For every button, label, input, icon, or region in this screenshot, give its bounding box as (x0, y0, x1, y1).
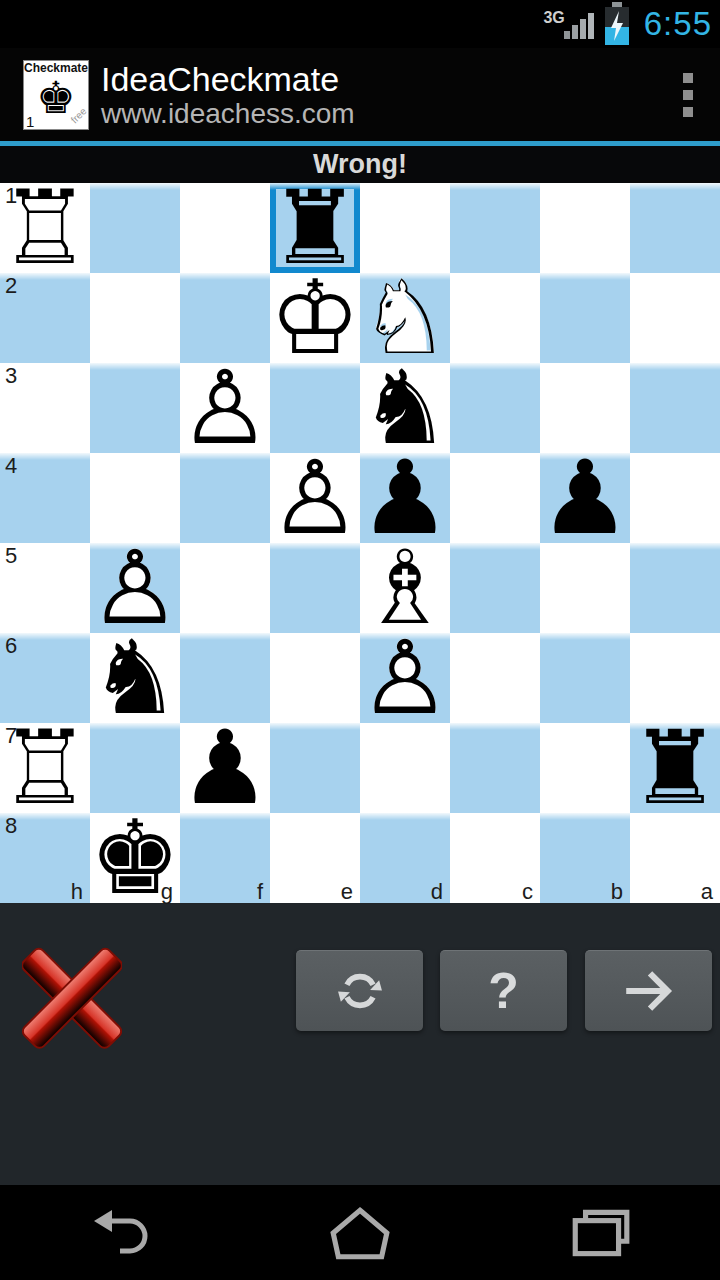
square-c6[interactable] (450, 633, 540, 723)
overflow-dot (683, 90, 693, 100)
square-a7[interactable]: ♜ (630, 723, 720, 813)
rank-label-1: 1 (5, 183, 17, 209)
file-label-d: d (431, 879, 443, 905)
square-a5[interactable] (630, 543, 720, 633)
rank-label-3: 3 (5, 363, 17, 389)
square-g6[interactable]: ♞ (90, 633, 180, 723)
rank-label-7: 7 (5, 723, 17, 749)
hint-button[interactable]: ? (440, 950, 567, 1031)
white-pawn[interactable]: ♟♙ (180, 363, 270, 453)
recents-button[interactable] (480, 1185, 720, 1280)
piece-glyph: ♞ (90, 633, 180, 723)
square-f5[interactable] (180, 543, 270, 633)
piece-outline: ♔ (270, 273, 360, 363)
square-b4[interactable]: ♟ (540, 453, 630, 543)
file-label-b: b (611, 879, 623, 905)
next-button[interactable] (585, 950, 712, 1031)
square-e2[interactable]: ♚♔ (270, 273, 360, 363)
square-c4[interactable] (450, 453, 540, 543)
question-mark-icon: ? (488, 962, 519, 1020)
app-icon-number: 1 (26, 113, 34, 130)
app-titles: IdeaCheckmate www.ideachess.com (101, 60, 668, 130)
square-e4[interactable]: ♟♙ (270, 453, 360, 543)
black-knight[interactable]: ♞ (90, 633, 180, 723)
piece-outline: ♙ (180, 363, 270, 453)
square-c1[interactable] (450, 183, 540, 273)
file-label-a: a (701, 879, 713, 905)
back-button[interactable] (0, 1185, 240, 1280)
arrow-right-icon (620, 965, 678, 1017)
square-a1[interactable] (630, 183, 720, 273)
piece-glyph: ♟ (180, 723, 270, 813)
square-f8[interactable]: f (180, 813, 270, 903)
square-e6[interactable] (270, 633, 360, 723)
clock: 6:55 (644, 5, 712, 43)
phone-screen: 3G 6:55 Checkmate ♚ 1 free IdeaCheckmate… (0, 0, 720, 1280)
square-e8[interactable]: e (270, 813, 360, 903)
square-b2[interactable] (540, 273, 630, 363)
rank-label-8: 8 (5, 813, 17, 839)
black-rook[interactable]: ♜ (630, 723, 720, 813)
refresh-icon (333, 964, 387, 1018)
square-h3[interactable]: 3 (0, 363, 90, 453)
square-a4[interactable] (630, 453, 720, 543)
square-g1[interactable] (90, 183, 180, 273)
square-e5[interactable] (270, 543, 360, 633)
square-d6[interactable]: ♟♙ (360, 633, 450, 723)
square-f4[interactable] (180, 453, 270, 543)
white-king[interactable]: ♚♔ (270, 273, 360, 363)
back-icon (87, 1205, 153, 1261)
app-bar: Checkmate ♚ 1 free IdeaCheckmate www.ide… (0, 48, 720, 141)
square-b7[interactable] (540, 723, 630, 813)
rank-label-2: 2 (5, 273, 17, 299)
black-pawn[interactable]: ♟ (540, 453, 630, 543)
square-a3[interactable] (630, 363, 720, 453)
status-bar: 3G 6:55 (0, 0, 720, 48)
app-icon[interactable]: Checkmate ♚ 1 free (23, 60, 89, 130)
navigation-bar (0, 1185, 720, 1280)
overflow-dot (683, 73, 693, 83)
square-b1[interactable] (540, 183, 630, 273)
square-h7[interactable]: ♜♖7 (0, 723, 90, 813)
file-label-g: g (161, 879, 173, 905)
white-pawn[interactable]: ♟♙ (270, 453, 360, 543)
square-g8[interactable]: ♚g (90, 813, 180, 903)
wrong-red-x-icon (22, 943, 122, 1053)
square-b8[interactable]: b (540, 813, 630, 903)
square-f7[interactable]: ♟ (180, 723, 270, 813)
battery-charging-icon (604, 2, 630, 46)
file-label-e: e (341, 879, 353, 905)
signal-bars-icon (562, 7, 596, 41)
piece-outline: ♙ (270, 453, 360, 543)
signal-indicator: 3G (543, 7, 595, 41)
rank-label-6: 6 (5, 633, 17, 659)
square-g2[interactable] (90, 273, 180, 363)
square-c5[interactable] (450, 543, 540, 633)
file-label-h: h (71, 879, 83, 905)
white-pawn[interactable]: ♟♙ (360, 633, 450, 723)
square-e7[interactable] (270, 723, 360, 813)
square-a2[interactable] (630, 273, 720, 363)
chess-board[interactable]: ♜♖1♜2♚♔♞♘3♟♙♞4♟♙♟♟5♟♙♝♗6♞♟♙♜♖7♟♜8h♚gfedc… (0, 183, 720, 903)
piece-glyph: ♜ (630, 723, 720, 813)
square-f3[interactable]: ♟♙ (180, 363, 270, 453)
home-icon (327, 1206, 393, 1260)
retry-button[interactable] (296, 950, 423, 1031)
square-c8[interactable]: c (450, 813, 540, 903)
home-button[interactable] (240, 1185, 480, 1280)
overflow-menu-button[interactable] (668, 60, 708, 130)
square-b6[interactable] (540, 633, 630, 723)
square-h1[interactable]: ♜♖1 (0, 183, 90, 273)
square-a8[interactable]: a (630, 813, 720, 903)
square-h4[interactable]: 4 (0, 453, 90, 543)
square-c3[interactable] (450, 363, 540, 453)
bottom-toolbar: ? (0, 903, 720, 1185)
recents-icon (567, 1206, 633, 1260)
rank-label-5: 5 (5, 543, 17, 569)
square-d8[interactable]: d (360, 813, 450, 903)
overflow-dot (683, 107, 693, 117)
square-c7[interactable] (450, 723, 540, 813)
app-subtitle: www.ideachess.com (101, 98, 668, 130)
black-pawn[interactable]: ♟ (180, 723, 270, 813)
square-d7[interactable] (360, 723, 450, 813)
rank-label-4: 4 (5, 453, 17, 479)
piece-outline: ♙ (360, 633, 450, 723)
piece-glyph: ♟ (540, 453, 630, 543)
file-label-c: c (522, 879, 533, 905)
square-f1[interactable] (180, 183, 270, 273)
square-g3[interactable] (90, 363, 180, 453)
app-title: IdeaCheckmate (101, 60, 668, 98)
square-b5[interactable] (540, 543, 630, 633)
square-c2[interactable] (450, 273, 540, 363)
square-h8[interactable]: 8h (0, 813, 90, 903)
square-h2[interactable]: 2 (0, 273, 90, 363)
file-label-f: f (257, 879, 263, 905)
square-h5[interactable]: 5 (0, 543, 90, 633)
